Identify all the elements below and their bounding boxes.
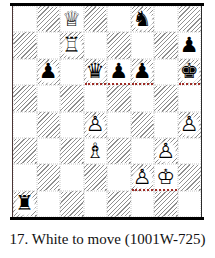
square-d2	[84, 164, 108, 190]
white-king-piece: ♔	[154, 164, 178, 190]
square-h4: ♙	[178, 112, 202, 138]
black-queen-piece: ♛	[84, 59, 108, 85]
square-b5	[37, 85, 61, 111]
black-rook-piece: ♜	[13, 191, 37, 217]
black-pawn-piece: ♟	[178, 32, 202, 58]
square-a7	[13, 32, 37, 58]
square-a3	[13, 138, 37, 164]
square-h1	[178, 191, 202, 217]
square-g8	[154, 6, 178, 32]
square-f6: ♟	[131, 59, 155, 85]
square-g3: ♙	[154, 138, 178, 164]
square-g4	[154, 112, 178, 138]
square-c7: ♖	[60, 32, 84, 58]
black-pawn-piece: ♟	[37, 59, 61, 85]
black-pawn-piece: ♟	[131, 59, 155, 85]
black-pawn-piece: ♟	[107, 59, 131, 85]
white-pawn-piece: ♙	[178, 112, 202, 138]
square-d1	[84, 191, 108, 217]
square-g7	[154, 32, 178, 58]
black-knight-piece: ♞	[131, 6, 155, 32]
diagram-caption: 17. White to move (1001W-725)	[0, 231, 215, 248]
square-g1	[154, 191, 178, 217]
square-f3	[131, 138, 155, 164]
square-d8	[84, 6, 108, 32]
square-a8	[13, 6, 37, 32]
square-b4	[37, 112, 61, 138]
square-h5	[178, 85, 202, 111]
square-f4	[131, 112, 155, 138]
square-d7	[84, 32, 108, 58]
square-c6	[60, 59, 84, 85]
square-a4	[13, 112, 37, 138]
square-a2	[13, 164, 37, 190]
square-h6: ♚	[178, 59, 202, 85]
square-b3	[37, 138, 61, 164]
square-d6: ♛	[84, 59, 108, 85]
square-c1	[60, 191, 84, 217]
white-rook-piece: ♖	[60, 32, 84, 58]
board-grid: ♕♞♖♟♟♛♟♟♚♙♙♗♙♙♔♜	[13, 6, 201, 217]
board-frame: ♕♞♖♟♟♛♟♟♚♙♙♗♙♙♔♜	[10, 3, 204, 220]
white-pawn-piece: ♙	[154, 138, 178, 164]
square-f2: ♙	[131, 164, 155, 190]
white-pawn-piece: ♙	[84, 112, 108, 138]
square-c8: ♕	[60, 6, 84, 32]
square-f8: ♞	[131, 6, 155, 32]
square-e3	[107, 138, 131, 164]
square-b6: ♟	[37, 59, 61, 85]
square-g5	[154, 85, 178, 111]
square-g6	[154, 59, 178, 85]
square-e5	[107, 85, 131, 111]
white-pawn-piece: ♙	[131, 164, 155, 190]
square-a1: ♜	[13, 191, 37, 217]
white-bishop-piece: ♗	[84, 138, 108, 164]
square-b1	[37, 191, 61, 217]
square-e8	[107, 6, 131, 32]
board-inner-frame: ♕♞♖♟♟♛♟♟♚♙♙♗♙♙♔♜	[12, 6, 202, 217]
square-c4	[60, 112, 84, 138]
square-a5	[13, 85, 37, 111]
black-king-piece: ♚	[178, 59, 202, 85]
square-a6	[13, 59, 37, 85]
square-h3	[178, 138, 202, 164]
square-b2	[37, 164, 61, 190]
square-b8	[37, 6, 61, 32]
square-b7	[37, 32, 61, 58]
square-h2	[178, 164, 202, 190]
square-e1	[107, 191, 131, 217]
square-c2	[60, 164, 84, 190]
square-d5	[84, 85, 108, 111]
square-e4	[107, 112, 131, 138]
square-h8	[178, 6, 202, 32]
square-f5	[131, 85, 155, 111]
square-d4: ♙	[84, 112, 108, 138]
square-c5	[60, 85, 84, 111]
square-f1	[131, 191, 155, 217]
square-c3	[60, 138, 84, 164]
white-queen-piece: ♕	[60, 6, 84, 32]
chess-diagram-page: ♕♞♖♟♟♛♟♟♚♙♙♗♙♙♔♜ 17. White to move (1001…	[0, 0, 215, 258]
square-f7	[131, 32, 155, 58]
square-d3: ♗	[84, 138, 108, 164]
square-h7: ♟	[178, 32, 202, 58]
square-e2	[107, 164, 131, 190]
square-e6: ♟	[107, 59, 131, 85]
square-e7	[107, 32, 131, 58]
square-g2: ♔	[154, 164, 178, 190]
